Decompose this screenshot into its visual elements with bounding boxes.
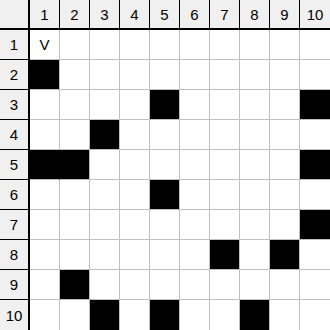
cell-r8-c6[interactable] xyxy=(180,240,210,270)
row-header-6: 6 xyxy=(0,180,30,210)
cell-r1-c9[interactable] xyxy=(270,30,300,60)
cell-r9-c7[interactable] xyxy=(210,270,240,300)
cell-r7-c5[interactable] xyxy=(150,210,180,240)
cell-r6-c9[interactable] xyxy=(270,180,300,210)
cell-r2-c8[interactable] xyxy=(240,60,270,90)
cell-r8-c4[interactable] xyxy=(120,240,150,270)
cell-r5-c4[interactable] xyxy=(120,150,150,180)
cell-r6-c10[interactable] xyxy=(300,180,330,210)
row-header-2: 2 xyxy=(0,60,30,90)
cell-r5-c1-black[interactable] xyxy=(30,150,60,180)
cell-r9-c10[interactable] xyxy=(300,270,330,300)
cell-r1-c6[interactable] xyxy=(180,30,210,60)
cell-r6-c5-black[interactable] xyxy=(150,180,180,210)
cell-r3-c7[interactable] xyxy=(210,90,240,120)
cell-r7-c7[interactable] xyxy=(210,210,240,240)
cell-r4-c8[interactable] xyxy=(240,120,270,150)
cell-r5-c8[interactable] xyxy=(240,150,270,180)
cell-r2-c5[interactable] xyxy=(150,60,180,90)
cell-r10-c6[interactable] xyxy=(180,300,210,330)
cell-r1-c7[interactable] xyxy=(210,30,240,60)
cell-r5-c7[interactable] xyxy=(210,150,240,180)
cell-r10-c2[interactable] xyxy=(60,300,90,330)
cell-r1-c1[interactable]: V xyxy=(30,30,60,60)
cell-r10-c8-black[interactable] xyxy=(240,300,270,330)
cell-r9-c3[interactable] xyxy=(90,270,120,300)
row-header-7: 7 xyxy=(0,210,30,240)
row-header-1: 1 xyxy=(0,30,30,60)
puzzle-board: 123456789101V2345678910 xyxy=(0,0,330,330)
cell-r1-c5[interactable] xyxy=(150,30,180,60)
row-header-3: 3 xyxy=(0,90,30,120)
col-header-5: 5 xyxy=(150,0,180,30)
cell-r6-c6[interactable] xyxy=(180,180,210,210)
cell-r10-c10[interactable] xyxy=(300,300,330,330)
cell-r1-c10[interactable] xyxy=(300,30,330,60)
cell-r9-c1[interactable] xyxy=(30,270,60,300)
row-header-4: 4 xyxy=(0,120,30,150)
cell-r5-c2-black[interactable] xyxy=(60,150,90,180)
cell-r5-c5[interactable] xyxy=(150,150,180,180)
cell-r7-c10-black[interactable] xyxy=(300,210,330,240)
cell-r7-c2[interactable] xyxy=(60,210,90,240)
cell-r8-c9-black[interactable] xyxy=(270,240,300,270)
cell-r6-c4[interactable] xyxy=(120,180,150,210)
col-header-8: 8 xyxy=(240,0,270,30)
cell-r10-c1[interactable] xyxy=(30,300,60,330)
cell-r2-c10[interactable] xyxy=(300,60,330,90)
cell-r3-c6[interactable] xyxy=(180,90,210,120)
cell-r8-c10[interactable] xyxy=(300,240,330,270)
cell-r8-c3[interactable] xyxy=(90,240,120,270)
cell-r6-c1[interactable] xyxy=(30,180,60,210)
cell-r8-c2[interactable] xyxy=(60,240,90,270)
cell-r7-c6[interactable] xyxy=(180,210,210,240)
cell-r3-c5-black[interactable] xyxy=(150,90,180,120)
cell-r7-c1[interactable] xyxy=(30,210,60,240)
cell-r2-c4[interactable] xyxy=(120,60,150,90)
cell-r4-c2[interactable] xyxy=(60,120,90,150)
cell-r1-c3[interactable] xyxy=(90,30,120,60)
cell-r10-c9[interactable] xyxy=(270,300,300,330)
cell-r5-c6[interactable] xyxy=(180,150,210,180)
cell-r4-c5[interactable] xyxy=(150,120,180,150)
cell-r2-c6[interactable] xyxy=(180,60,210,90)
row-header-8: 8 xyxy=(0,240,30,270)
cell-r10-c3-black[interactable] xyxy=(90,300,120,330)
cell-r2-c9[interactable] xyxy=(270,60,300,90)
cell-r9-c5[interactable] xyxy=(150,270,180,300)
cell-r3-c10-black[interactable] xyxy=(300,90,330,120)
cell-r1-c2[interactable] xyxy=(60,30,90,60)
cell-r2-c1-black[interactable] xyxy=(30,60,60,90)
cell-r3-c8[interactable] xyxy=(240,90,270,120)
cell-r7-c8[interactable] xyxy=(240,210,270,240)
cell-r5-c3[interactable] xyxy=(90,150,120,180)
col-header-9: 9 xyxy=(270,0,300,30)
cell-r1-c8[interactable] xyxy=(240,30,270,60)
cell-r7-c3[interactable] xyxy=(90,210,120,240)
col-header-4: 4 xyxy=(120,0,150,30)
col-header-6: 6 xyxy=(180,0,210,30)
cell-r9-c6[interactable] xyxy=(180,270,210,300)
cell-r7-c9[interactable] xyxy=(270,210,300,240)
cell-r8-c5[interactable] xyxy=(150,240,180,270)
cell-r3-c1[interactable] xyxy=(30,90,60,120)
cell-r6-c7[interactable] xyxy=(210,180,240,210)
row-header-9: 9 xyxy=(0,270,30,300)
cell-r2-c3[interactable] xyxy=(90,60,120,90)
cell-r4-c9[interactable] xyxy=(270,120,300,150)
cell-r10-c7[interactable] xyxy=(210,300,240,330)
col-header-10: 10 xyxy=(300,0,330,30)
cell-r8-c8[interactable] xyxy=(240,240,270,270)
cell-r8-c1[interactable] xyxy=(30,240,60,270)
cell-r7-c4[interactable] xyxy=(120,210,150,240)
cell-r3-c9[interactable] xyxy=(270,90,300,120)
col-header-1: 1 xyxy=(30,0,60,30)
cell-r2-c7[interactable] xyxy=(210,60,240,90)
cell-r1-c4[interactable] xyxy=(120,30,150,60)
corner-header-cell xyxy=(0,0,30,30)
cell-r9-c8[interactable] xyxy=(240,270,270,300)
cell-r3-c2[interactable] xyxy=(60,90,90,120)
cell-r6-c3[interactable] xyxy=(90,180,120,210)
col-header-7: 7 xyxy=(210,0,240,30)
cell-r3-c4[interactable] xyxy=(120,90,150,120)
row-header-5: 5 xyxy=(0,150,30,180)
row-header-10: 10 xyxy=(0,300,30,330)
cell-r4-c1[interactable] xyxy=(30,120,60,150)
cell-r3-c3[interactable] xyxy=(90,90,120,120)
col-header-3: 3 xyxy=(90,0,120,30)
cell-r2-c2[interactable] xyxy=(60,60,90,90)
cell-r4-c3-black[interactable] xyxy=(90,120,120,150)
cell-r9-c9[interactable] xyxy=(270,270,300,300)
cell-r6-c2[interactable] xyxy=(60,180,90,210)
cell-r8-c7-black[interactable] xyxy=(210,240,240,270)
cell-r9-c4[interactable] xyxy=(120,270,150,300)
cell-r10-c5-black[interactable] xyxy=(150,300,180,330)
cell-r4-c7[interactable] xyxy=(210,120,240,150)
cell-r4-c6[interactable] xyxy=(180,120,210,150)
col-header-2: 2 xyxy=(60,0,90,30)
cell-r5-c10-black[interactable] xyxy=(300,150,330,180)
cell-r5-c9[interactable] xyxy=(270,150,300,180)
cell-r6-c8[interactable] xyxy=(240,180,270,210)
cell-r4-c4[interactable] xyxy=(120,120,150,150)
cell-r9-c2-black[interactable] xyxy=(60,270,90,300)
cell-r10-c4[interactable] xyxy=(120,300,150,330)
cell-r4-c10[interactable] xyxy=(300,120,330,150)
